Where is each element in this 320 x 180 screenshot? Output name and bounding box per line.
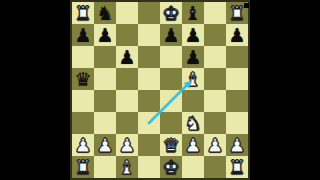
corner-marker-dot	[244, 3, 249, 8]
square-c1[interactable]: ♝	[116, 156, 138, 178]
black-pawn-f6[interactable]: ♟	[184, 46, 201, 68]
square-e3[interactable]	[160, 112, 182, 134]
square-c8[interactable]	[116, 2, 138, 24]
square-d8[interactable]	[138, 2, 160, 24]
square-a8[interactable]: ♜	[72, 2, 94, 24]
black-pawn-a7[interactable]: ♟	[74, 24, 91, 46]
black-rook-a8[interactable]: ♜	[74, 2, 91, 24]
square-b4[interactable]	[94, 90, 116, 112]
chess-board[interactable]: ♜♞♚♝♜♟♟♟♟♟♟♟♛♝♞♟♟♟♛♟♟♟♜♝♚♜	[70, 0, 250, 180]
square-g8[interactable]	[204, 2, 226, 24]
black-pawn-f7[interactable]: ♟	[184, 24, 201, 46]
square-h6[interactable]	[226, 46, 248, 68]
square-h1[interactable]: ♜	[226, 156, 248, 178]
square-h7[interactable]: ♟	[226, 24, 248, 46]
black-pawn-b7[interactable]: ♟	[96, 24, 113, 46]
square-f6[interactable]: ♟	[182, 46, 204, 68]
square-b2[interactable]: ♟	[94, 134, 116, 156]
square-e8[interactable]: ♚	[160, 2, 182, 24]
square-b5[interactable]	[94, 68, 116, 90]
square-a4[interactable]	[72, 90, 94, 112]
white-pawn-b2[interactable]: ♟	[96, 134, 113, 156]
white-king-e1[interactable]: ♚	[162, 156, 179, 178]
white-knight-f3[interactable]: ♞	[184, 112, 201, 134]
square-d4[interactable]	[138, 90, 160, 112]
square-b8[interactable]: ♞	[94, 2, 116, 24]
square-g5[interactable]	[204, 68, 226, 90]
square-c7[interactable]	[116, 24, 138, 46]
square-h3[interactable]	[226, 112, 248, 134]
black-pawn-c6[interactable]: ♟	[118, 46, 135, 68]
square-e2[interactable]: ♛	[160, 134, 182, 156]
square-c3[interactable]	[116, 112, 138, 134]
square-b6[interactable]	[94, 46, 116, 68]
square-d3[interactable]	[138, 112, 160, 134]
square-a7[interactable]: ♟	[72, 24, 94, 46]
black-pawn-h7[interactable]: ♟	[228, 24, 245, 46]
square-d5[interactable]	[138, 68, 160, 90]
black-pawn-e7[interactable]: ♟	[162, 24, 179, 46]
square-e7[interactable]: ♟	[160, 24, 182, 46]
square-h2[interactable]: ♟	[226, 134, 248, 156]
chess-app-screenshot: ♜♞♚♝♜♟♟♟♟♟♟♟♛♝♞♟♟♟♛♟♟♟♜♝♚♜	[0, 0, 320, 180]
black-knight-b8[interactable]: ♞	[96, 2, 113, 24]
white-pawn-a2[interactable]: ♟	[74, 134, 91, 156]
square-b7[interactable]: ♟	[94, 24, 116, 46]
square-e4[interactable]	[160, 90, 182, 112]
square-a1[interactable]: ♜	[72, 156, 94, 178]
square-e5[interactable]	[160, 68, 182, 90]
square-g6[interactable]	[204, 46, 226, 68]
square-a6[interactable]	[72, 46, 94, 68]
square-g7[interactable]	[204, 24, 226, 46]
square-d1[interactable]	[138, 156, 160, 178]
square-f8[interactable]: ♝	[182, 2, 204, 24]
black-king-e8[interactable]: ♚	[162, 2, 179, 24]
square-c4[interactable]	[116, 90, 138, 112]
white-rook-h1[interactable]: ♜	[228, 156, 245, 178]
square-f4[interactable]	[182, 90, 204, 112]
square-c2[interactable]: ♟	[116, 134, 138, 156]
square-b3[interactable]	[94, 112, 116, 134]
white-pawn-h2[interactable]: ♟	[228, 134, 245, 156]
square-d7[interactable]	[138, 24, 160, 46]
square-g4[interactable]	[204, 90, 226, 112]
square-a2[interactable]: ♟	[72, 134, 94, 156]
square-d6[interactable]	[138, 46, 160, 68]
square-c6[interactable]: ♟	[116, 46, 138, 68]
white-queen-e2[interactable]: ♛	[162, 134, 179, 156]
square-f5[interactable]: ♝	[182, 68, 204, 90]
white-pawn-c2[interactable]: ♟	[118, 134, 135, 156]
square-a5[interactable]: ♛	[72, 68, 94, 90]
square-c5[interactable]	[116, 68, 138, 90]
white-pawn-f2[interactable]: ♟	[184, 134, 201, 156]
black-queen-a5[interactable]: ♛	[74, 68, 91, 90]
white-pawn-g2[interactable]: ♟	[206, 134, 223, 156]
square-e1[interactable]: ♚	[160, 156, 182, 178]
square-f2[interactable]: ♟	[182, 134, 204, 156]
square-a3[interactable]	[72, 112, 94, 134]
square-f3[interactable]: ♞	[182, 112, 204, 134]
black-rook-h8[interactable]: ♜	[228, 2, 245, 24]
square-g3[interactable]	[204, 112, 226, 134]
square-e6[interactable]	[160, 46, 182, 68]
square-g2[interactable]: ♟	[204, 134, 226, 156]
square-h4[interactable]	[226, 90, 248, 112]
white-bishop-f5[interactable]: ♝	[184, 68, 201, 90]
square-d2[interactable]	[138, 134, 160, 156]
black-bishop-f8[interactable]: ♝	[184, 2, 201, 24]
white-rook-a1[interactable]: ♜	[74, 156, 91, 178]
square-f1[interactable]	[182, 156, 204, 178]
white-bishop-c1[interactable]: ♝	[118, 156, 135, 178]
square-g1[interactable]	[204, 156, 226, 178]
square-f7[interactable]: ♟	[182, 24, 204, 46]
square-h5[interactable]	[226, 68, 248, 90]
square-b1[interactable]	[94, 156, 116, 178]
